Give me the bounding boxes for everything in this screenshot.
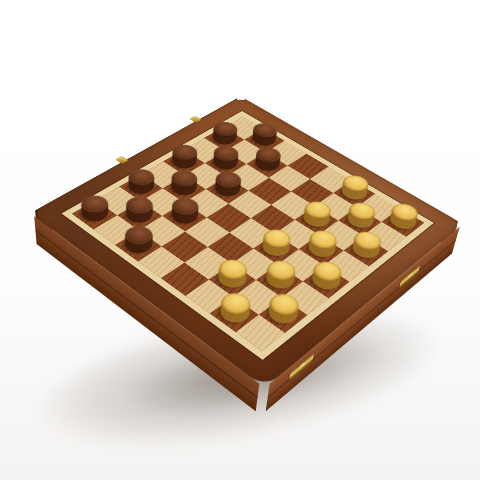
brass-latch	[399, 265, 420, 289]
brass-hinge	[115, 156, 128, 164]
product-photo-scene	[0, 0, 480, 480]
brass-hinge	[189, 116, 201, 123]
